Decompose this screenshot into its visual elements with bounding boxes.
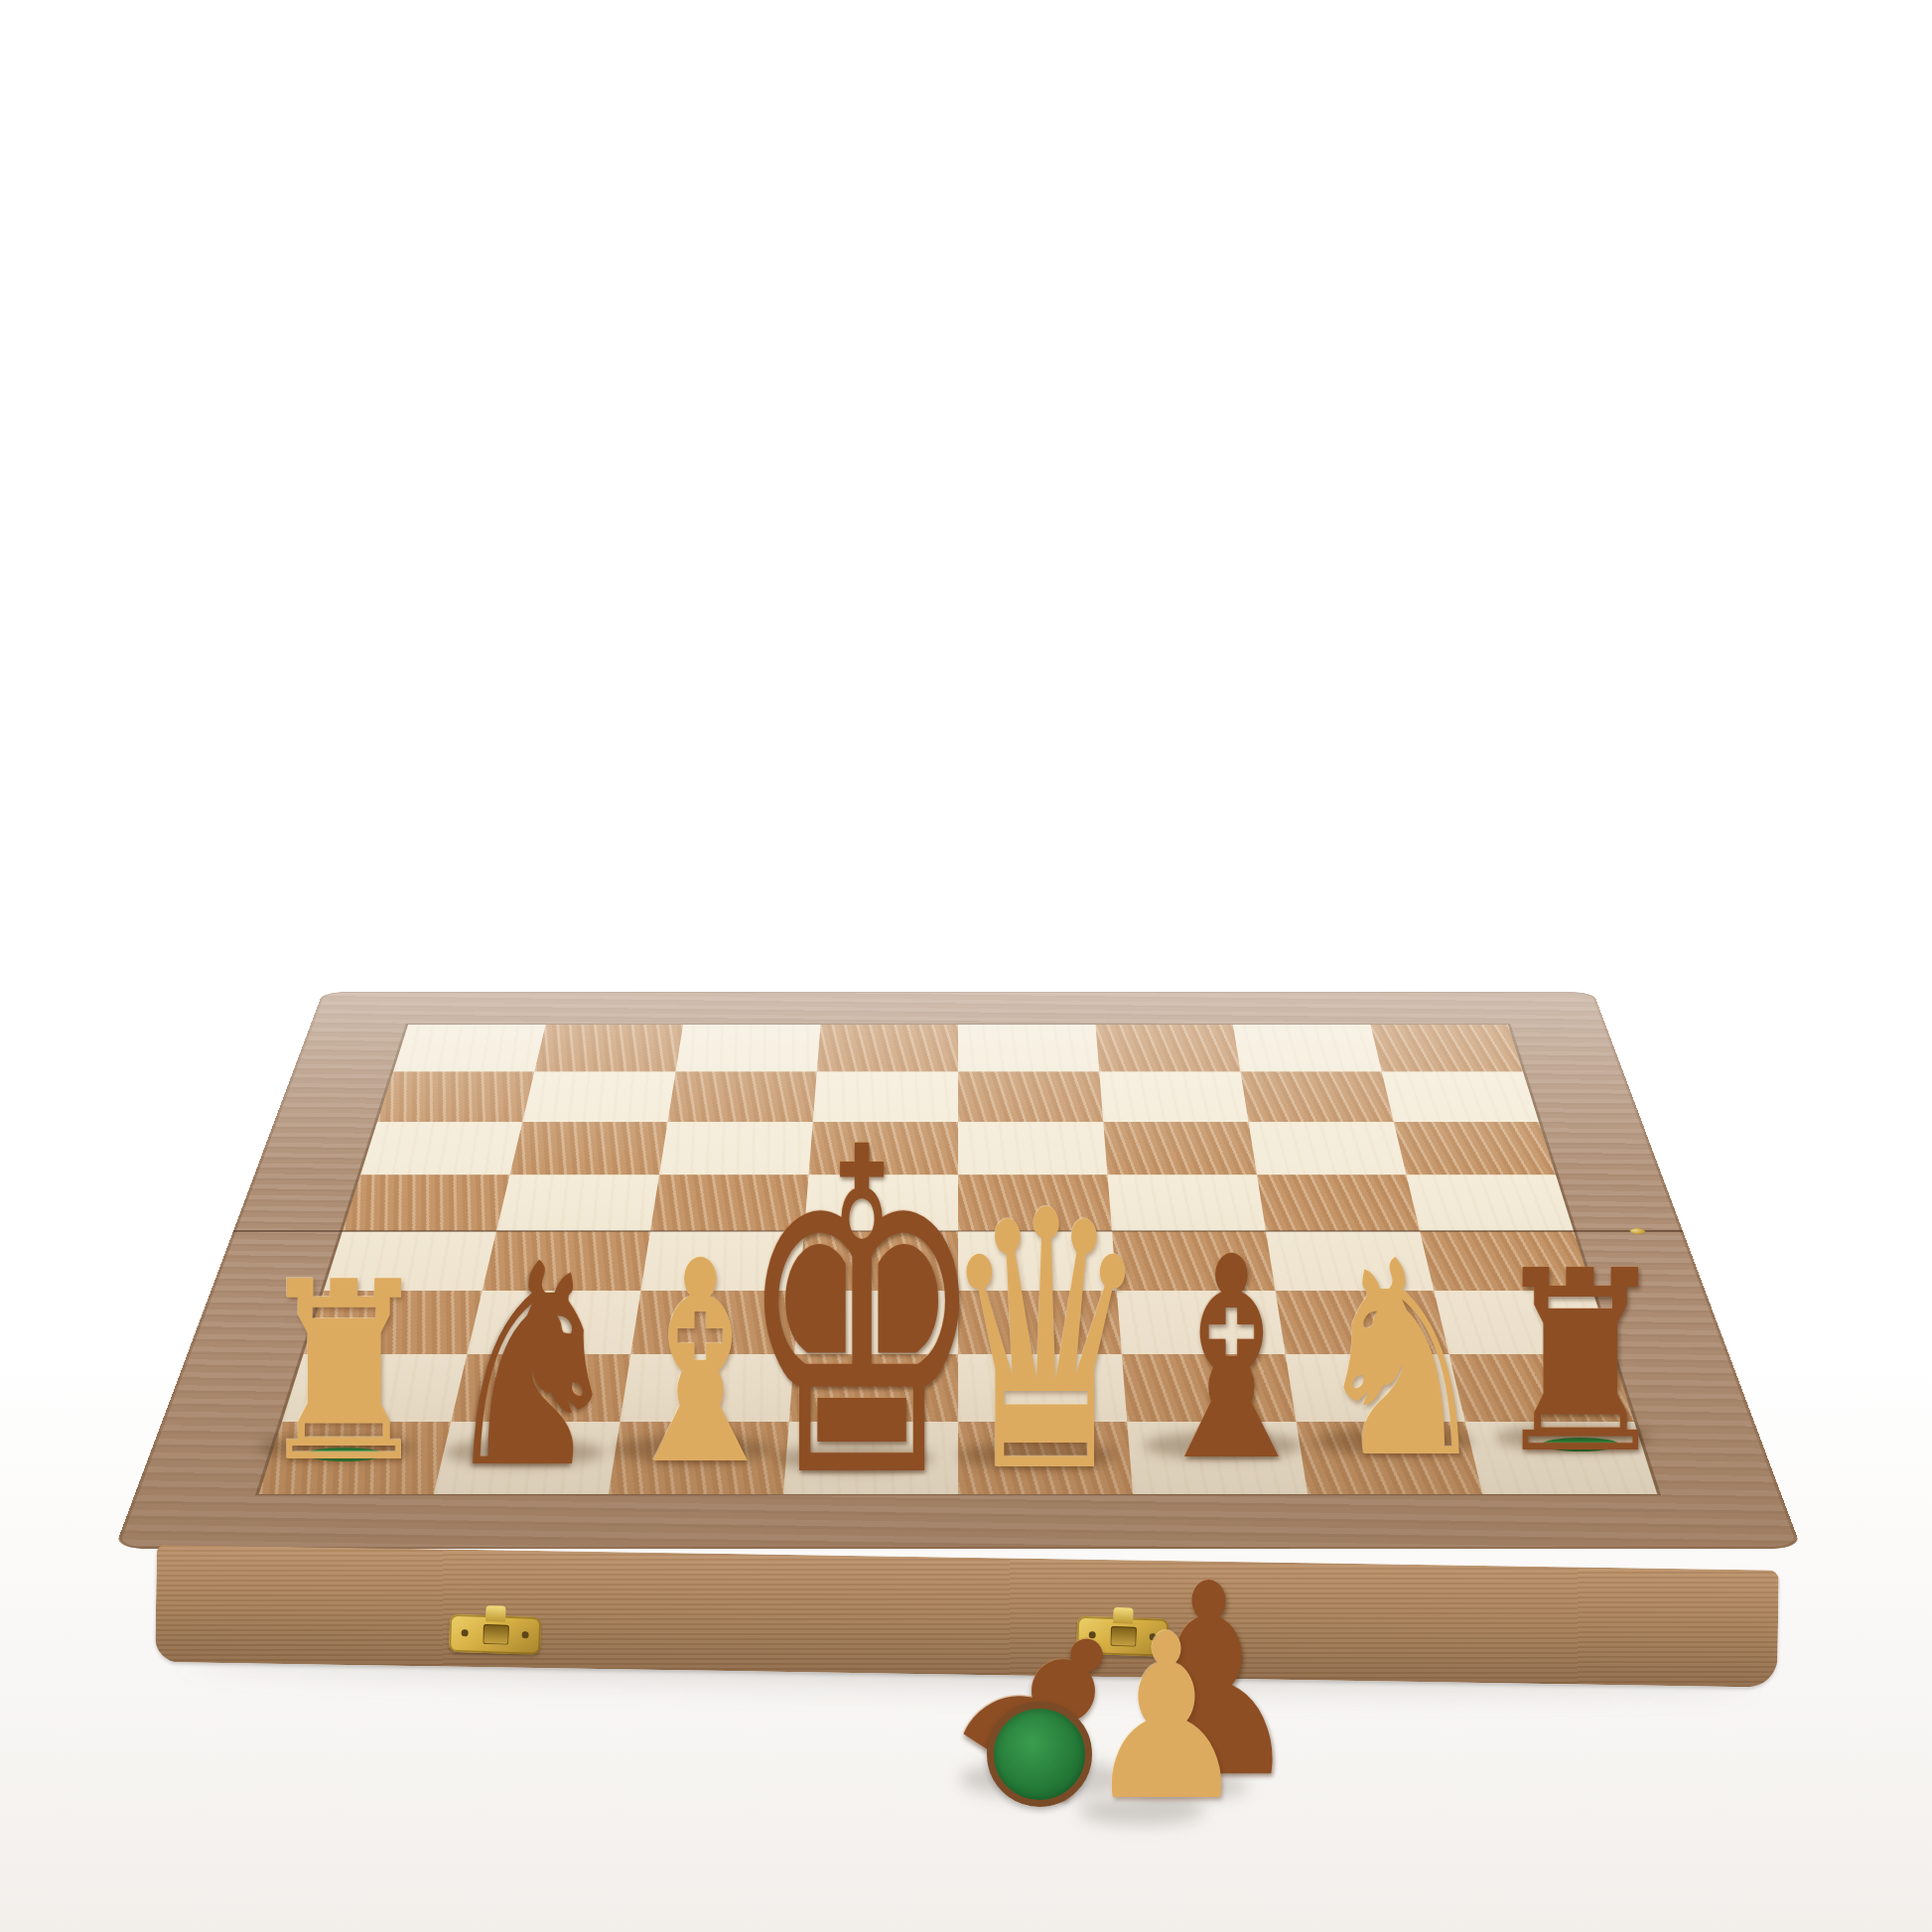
square-c8: [676, 1025, 821, 1072]
square-g2: [1286, 1354, 1465, 1422]
square-f2: [1122, 1354, 1297, 1422]
square-e8: [958, 1025, 1099, 1072]
square-h5: [1407, 1174, 1575, 1231]
square-e3: [958, 1291, 1122, 1354]
square-g5: [1257, 1174, 1420, 1231]
clasp-screw: [1089, 1631, 1096, 1638]
square-g1: [1297, 1422, 1483, 1494]
square-a5: [343, 1174, 510, 1231]
square-b4: [483, 1231, 650, 1291]
light-pawn-shadow: [1079, 1797, 1204, 1825]
square-a1: [259, 1422, 451, 1494]
square-f6: [1103, 1122, 1257, 1174]
dark-pawn-shadow: [1130, 1773, 1249, 1799]
square-d2: [789, 1354, 958, 1422]
square-d8: [817, 1025, 958, 1072]
square-f4: [1112, 1231, 1276, 1291]
square-a4: [324, 1231, 496, 1291]
square-c5: [650, 1174, 809, 1231]
brass-clasp-left-icon: [449, 1614, 541, 1655]
square-d6: [809, 1122, 959, 1174]
clasp-slot: [483, 1624, 509, 1645]
brass-hinge-pin-icon: [1629, 1228, 1646, 1234]
square-c1: [609, 1422, 789, 1494]
square-d5: [804, 1174, 958, 1231]
clasp-screw: [522, 1631, 529, 1638]
square-c4: [640, 1231, 804, 1291]
fallen-pawn-shadow: [960, 1760, 1129, 1798]
square-f7: [1099, 1071, 1248, 1121]
square-h1: [1465, 1422, 1657, 1494]
square-h3: [1434, 1291, 1612, 1354]
square-f3: [1117, 1291, 1286, 1354]
square-f1: [1127, 1422, 1308, 1494]
square-h7: [1382, 1071, 1539, 1121]
square-g3: [1276, 1291, 1449, 1354]
clasp-screw: [462, 1629, 469, 1636]
square-e6: [958, 1122, 1108, 1174]
square-c3: [630, 1291, 799, 1354]
square-h4: [1420, 1231, 1592, 1291]
square-h6: [1394, 1122, 1556, 1174]
square-e7: [958, 1071, 1103, 1121]
square-c2: [620, 1354, 794, 1422]
chess-board: [114, 992, 1801, 1548]
square-b7: [522, 1071, 675, 1121]
square-f8: [1095, 1025, 1240, 1072]
square-a8: [393, 1025, 546, 1072]
square-d3: [794, 1291, 958, 1354]
brass-clasp-right-icon: [1076, 1616, 1169, 1657]
square-a6: [360, 1122, 522, 1174]
clasp-tab: [1113, 1607, 1134, 1624]
square-g4: [1266, 1231, 1434, 1291]
square-c7: [667, 1071, 816, 1121]
square-h8: [1370, 1025, 1523, 1072]
photo-scene: ♜♞♝♚♛♝♞♜♟♟♟: [0, 0, 1932, 1932]
square-e1: [958, 1422, 1133, 1494]
square-b8: [534, 1025, 683, 1072]
clasp-tab: [485, 1605, 506, 1622]
square-h2: [1449, 1354, 1635, 1422]
square-b2: [451, 1354, 630, 1422]
square-a7: [377, 1071, 534, 1121]
board-grid: [259, 1025, 1657, 1494]
square-e5: [958, 1174, 1112, 1231]
square-b1: [434, 1422, 621, 1494]
square-a2: [282, 1354, 468, 1422]
square-d4: [799, 1231, 958, 1291]
square-g7: [1240, 1071, 1393, 1121]
square-f5: [1108, 1174, 1267, 1231]
square-d7: [813, 1071, 958, 1121]
square-e2: [958, 1354, 1127, 1422]
square-a3: [304, 1291, 483, 1354]
clasp-slot: [1110, 1626, 1137, 1647]
square-g8: [1233, 1025, 1382, 1072]
square-b5: [496, 1174, 659, 1231]
square-b6: [510, 1122, 668, 1174]
square-b3: [467, 1291, 640, 1354]
square-g6: [1249, 1122, 1407, 1174]
green-felt-base: [987, 1702, 1092, 1807]
square-d1: [783, 1422, 958, 1494]
board-hinge-seam: [233, 1230, 1684, 1232]
square-e4: [958, 1231, 1117, 1291]
square-c6: [659, 1122, 813, 1174]
clasp-screw: [1150, 1633, 1157, 1640]
